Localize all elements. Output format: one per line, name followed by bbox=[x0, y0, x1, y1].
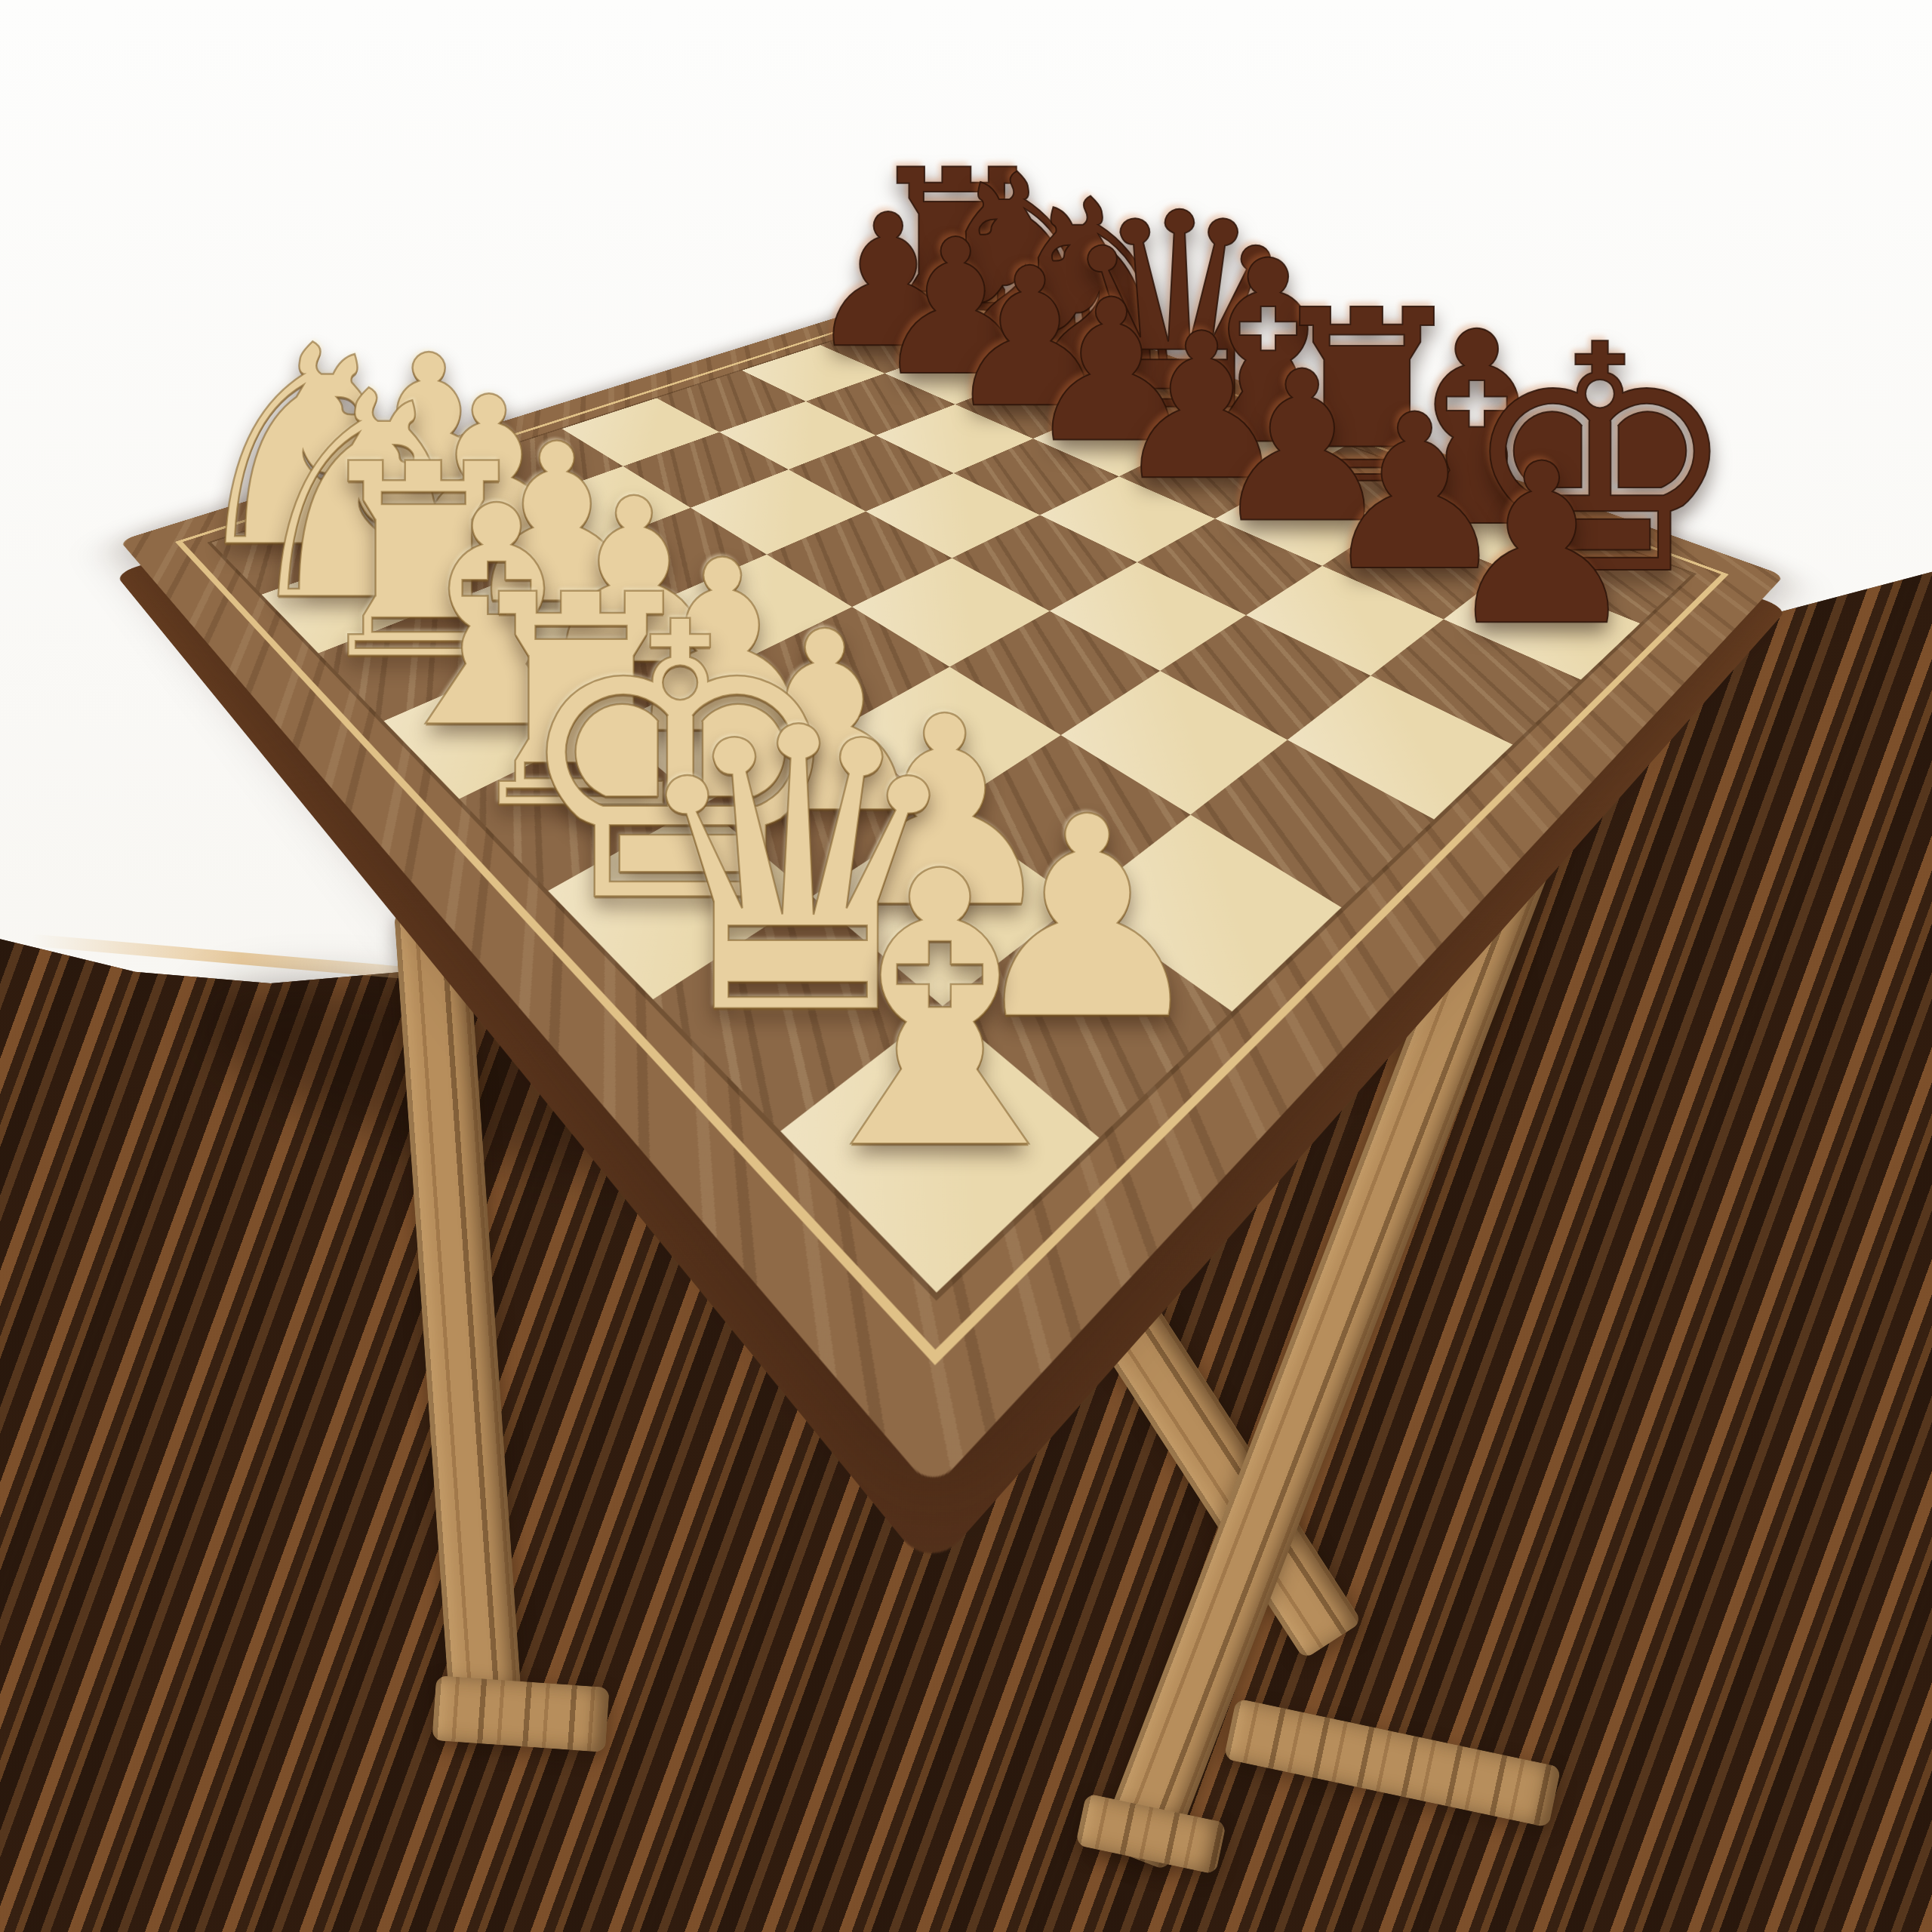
square-g5[interactable] bbox=[1160, 615, 1371, 740]
photo-stage: ♜♞♞♛♝♜♝♚♟♟♟♟♟♟♟♟♟♟♟♟♟♟♟♟♞♞♜♝♜♚♛♝ bbox=[0, 0, 1932, 1932]
piece-light-b-h1[interactable]: ♝ bbox=[770, 823, 1109, 1202]
square-h5[interactable] bbox=[1287, 675, 1512, 820]
square-f5[interactable] bbox=[1049, 562, 1246, 671]
piece-dark-p-h7[interactable]: ♟ bbox=[1442, 434, 1641, 656]
square-h4[interactable] bbox=[1190, 740, 1434, 907]
